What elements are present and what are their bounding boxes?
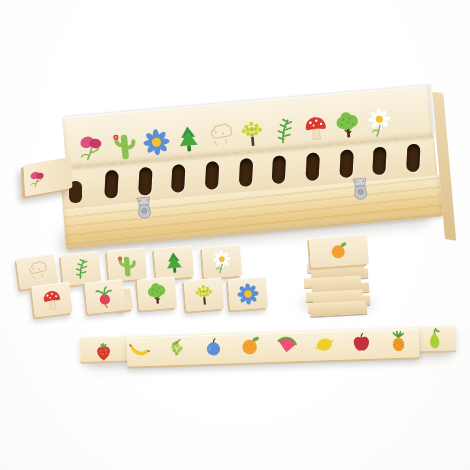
slot-8[interactable] xyxy=(339,149,353,178)
fruit-strips xyxy=(80,323,459,371)
strip-picture-orange[interactable] xyxy=(235,332,266,361)
apple-icon xyxy=(347,329,375,357)
strip-picture-watermelon[interactable] xyxy=(272,330,303,359)
banana-icon xyxy=(126,336,154,364)
slot-3[interactable] xyxy=(171,164,185,193)
slot-6[interactable] xyxy=(272,155,286,184)
mushroom-icon xyxy=(299,111,334,146)
lid-picture-yellow-tree xyxy=(234,107,270,152)
strip-picture-lemon[interactable] xyxy=(309,329,340,358)
strip-picture-strawberry[interactable] xyxy=(88,336,119,365)
tile-fern[interactable] xyxy=(60,251,101,286)
strip-picture-pear[interactable] xyxy=(419,326,450,355)
pear-icon xyxy=(421,326,449,354)
daisy-icon xyxy=(208,248,236,276)
plum-icon xyxy=(200,333,228,361)
lid-picture-pine-tree xyxy=(170,112,206,157)
tile-daisy[interactable] xyxy=(202,245,242,279)
watermelon-icon xyxy=(273,331,301,359)
metal-clasp-left[interactable] xyxy=(132,193,157,225)
yellow-tree-icon xyxy=(235,117,270,152)
daisy-icon xyxy=(362,105,397,140)
slot-7[interactable] xyxy=(305,152,319,181)
radish-icon xyxy=(91,282,120,311)
poppy-icon xyxy=(28,166,49,190)
strip-picture-plum[interactable] xyxy=(198,333,229,362)
slot-2[interactable] xyxy=(138,167,152,196)
strip-picture-apple[interactable] xyxy=(346,328,377,357)
tile-radish[interactable] xyxy=(84,279,125,314)
lid-picture-fern xyxy=(266,104,302,149)
orange-icon xyxy=(237,332,265,360)
green-tree-icon xyxy=(143,279,171,307)
slot-9[interactable] xyxy=(372,147,386,176)
slot-5[interactable] xyxy=(238,158,252,187)
orange-icon xyxy=(326,238,352,264)
tile-yellow-tree[interactable] xyxy=(184,277,225,311)
tile-stack[interactable] xyxy=(303,236,377,306)
poppy-icon xyxy=(75,130,110,165)
cactus-icon xyxy=(107,128,142,163)
grapes-icon xyxy=(163,334,191,362)
tile-blue-flower[interactable] xyxy=(228,277,268,311)
lid-picture-cactus xyxy=(106,118,142,163)
lid-picture-sketch xyxy=(202,109,238,154)
product-photo-scene xyxy=(0,0,470,470)
blue-flower-icon xyxy=(234,280,262,308)
pine-tree-icon xyxy=(171,122,206,157)
strip-picture-banana[interactable] xyxy=(124,335,155,364)
strip-picture-pineapple[interactable] xyxy=(382,327,413,356)
strip-picture-grapes[interactable] xyxy=(161,334,192,363)
lemon-icon xyxy=(310,330,338,358)
tile-mushroom[interactable] xyxy=(31,282,72,317)
tile-cactus[interactable] xyxy=(107,247,148,281)
blue-flower-icon xyxy=(139,125,174,160)
green-tree-icon xyxy=(330,108,365,143)
metal-clasp-right[interactable] xyxy=(348,174,373,206)
fern-icon xyxy=(67,254,96,283)
sketch-icon xyxy=(203,119,238,154)
cactus-icon xyxy=(113,250,141,278)
strawberry-icon xyxy=(89,337,117,365)
slot-1[interactable] xyxy=(104,170,118,199)
mushroom-icon xyxy=(38,285,67,314)
lid-picture-green-tree xyxy=(330,98,366,143)
lid-picture-mushroom xyxy=(298,101,334,146)
sketch-icon xyxy=(22,257,51,286)
tile-green-tree[interactable] xyxy=(137,276,178,310)
tile-stack-top-orange[interactable] xyxy=(309,234,369,268)
stack-tile-edge xyxy=(310,305,367,317)
yellow-tree-icon xyxy=(190,280,218,308)
fern-icon xyxy=(267,114,302,149)
fruit-picture-row xyxy=(88,325,451,365)
lid-picture-blue-flower xyxy=(138,115,174,160)
pine-tree-icon xyxy=(160,248,188,276)
tile-pine-tree[interactable] xyxy=(154,245,195,279)
slot-4[interactable] xyxy=(205,161,219,190)
slot-10[interactable] xyxy=(406,144,420,173)
lid-picture-daisy xyxy=(361,95,397,140)
lid-picture-poppy xyxy=(75,121,111,166)
pineapple-icon xyxy=(384,328,412,356)
